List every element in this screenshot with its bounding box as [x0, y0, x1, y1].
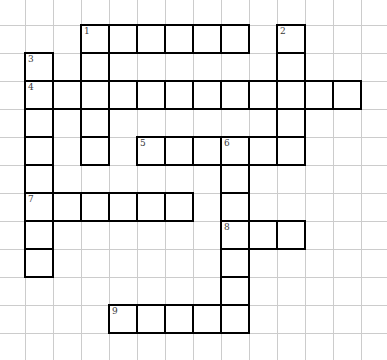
- clue-number-9: 9: [112, 306, 118, 317]
- cell-r4c0[interactable]: [24, 136, 54, 166]
- cell-r6c0[interactable]: 7: [24, 192, 54, 222]
- cell-r2c3[interactable]: [108, 80, 138, 110]
- cell-r0c4[interactable]: [136, 24, 166, 54]
- cell-r4c9[interactable]: [276, 136, 306, 166]
- cell-r0c5[interactable]: [164, 24, 194, 54]
- cell-r7c9[interactable]: [276, 220, 306, 250]
- cell-r6c3[interactable]: [108, 192, 138, 222]
- cell-r2c6[interactable]: [192, 80, 222, 110]
- cell-r0c6[interactable]: [192, 24, 222, 54]
- cell-r3c2[interactable]: [80, 108, 110, 138]
- cell-r1c2[interactable]: [80, 52, 110, 82]
- cell-r9c7[interactable]: [220, 276, 250, 306]
- cell-r7c8[interactable]: [248, 220, 278, 250]
- cell-r7c7[interactable]: 8: [220, 220, 250, 250]
- cell-r2c7[interactable]: [220, 80, 250, 110]
- cell-r0c2[interactable]: 1: [80, 24, 110, 54]
- cell-r0c9[interactable]: 2: [276, 24, 306, 54]
- cell-r7c0[interactable]: [24, 220, 54, 250]
- clue-number-7: 7: [28, 194, 34, 205]
- cell-r2c10[interactable]: [304, 80, 334, 110]
- cell-r6c1[interactable]: [52, 192, 82, 222]
- cell-r6c7[interactable]: [220, 192, 250, 222]
- cell-r10c6[interactable]: [192, 304, 222, 334]
- cell-r6c2[interactable]: [80, 192, 110, 222]
- cell-r4c8[interactable]: [248, 136, 278, 166]
- cell-r8c7[interactable]: [220, 248, 250, 278]
- cell-r2c2[interactable]: [80, 80, 110, 110]
- clue-number-6: 6: [224, 138, 230, 149]
- clue-number-1: 1: [84, 26, 90, 37]
- cell-r10c7[interactable]: [220, 304, 250, 334]
- cell-r8c0[interactable]: [24, 248, 54, 278]
- cell-r0c3[interactable]: [108, 24, 138, 54]
- clue-number-5: 5: [140, 138, 146, 149]
- cell-r2c9[interactable]: [276, 80, 306, 110]
- cell-r5c7[interactable]: [220, 164, 250, 194]
- cell-r4c4[interactable]: 5: [136, 136, 166, 166]
- cell-r5c0[interactable]: [24, 164, 54, 194]
- cell-r3c9[interactable]: [276, 108, 306, 138]
- crossword-board: 123456789: [0, 0, 387, 360]
- cell-r4c5[interactable]: [164, 136, 194, 166]
- cell-r1c0[interactable]: 3: [24, 52, 54, 82]
- cell-r10c4[interactable]: [136, 304, 166, 334]
- cell-r2c0[interactable]: 4: [24, 80, 54, 110]
- cell-r4c2[interactable]: [80, 136, 110, 166]
- clue-number-2: 2: [280, 26, 286, 37]
- clue-number-4: 4: [28, 82, 34, 93]
- cell-r6c5[interactable]: [164, 192, 194, 222]
- clue-number-3: 3: [28, 54, 34, 65]
- cell-r4c7[interactable]: 6: [220, 136, 250, 166]
- cell-r2c4[interactable]: [136, 80, 166, 110]
- cell-r1c9[interactable]: [276, 52, 306, 82]
- cell-r2c1[interactable]: [52, 80, 82, 110]
- clue-number-8: 8: [224, 222, 230, 233]
- cell-r2c8[interactable]: [248, 80, 278, 110]
- cell-r2c5[interactable]: [164, 80, 194, 110]
- cell-r2c11[interactable]: [332, 80, 362, 110]
- cell-r4c6[interactable]: [192, 136, 222, 166]
- cell-r6c4[interactable]: [136, 192, 166, 222]
- cell-r10c5[interactable]: [164, 304, 194, 334]
- cell-r3c0[interactable]: [24, 108, 54, 138]
- cell-r10c3[interactable]: 9: [108, 304, 138, 334]
- cell-r0c7[interactable]: [220, 24, 250, 54]
